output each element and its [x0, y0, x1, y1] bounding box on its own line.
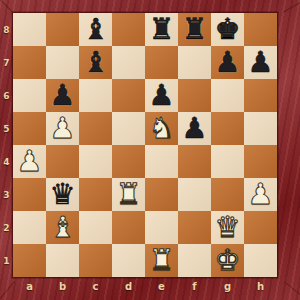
square-c3[interactable]: [79, 178, 112, 211]
file-label-g: g: [211, 277, 244, 300]
square-e3[interactable]: [145, 178, 178, 211]
piece-black-queen[interactable]: ♛: [46, 178, 79, 211]
rank-label-5: 5: [0, 112, 13, 145]
square-h4[interactable]: [244, 145, 277, 178]
square-a3[interactable]: [13, 178, 46, 211]
square-a7[interactable]: [13, 46, 46, 79]
square-b7[interactable]: [46, 46, 79, 79]
square-d2[interactable]: [112, 211, 145, 244]
square-c8[interactable]: ♝: [79, 13, 112, 46]
chess-diagram: ♝♜♜♚♝♟♟♟♟♟♞♟♟♛♜♟♝♛♜♚ 87654321 abcdefgh: [0, 0, 300, 300]
piece-black-pawn[interactable]: ♟: [211, 46, 244, 79]
rank-labels: 87654321: [0, 13, 13, 277]
square-c4[interactable]: [79, 145, 112, 178]
square-b8[interactable]: [46, 13, 79, 46]
square-g2[interactable]: ♛: [211, 211, 244, 244]
piece-white-pawn[interactable]: ♟: [13, 145, 46, 178]
square-h3[interactable]: ♟: [244, 178, 277, 211]
square-c1[interactable]: [79, 244, 112, 277]
square-g6[interactable]: [211, 79, 244, 112]
square-f1[interactable]: [178, 244, 211, 277]
square-d7[interactable]: [112, 46, 145, 79]
piece-white-queen[interactable]: ♛: [211, 211, 244, 244]
square-a4[interactable]: ♟: [13, 145, 46, 178]
frame-miter-top-right: [283, 0, 300, 12]
file-label-e: e: [145, 277, 178, 300]
piece-black-rook[interactable]: ♜: [145, 13, 178, 46]
square-g1[interactable]: ♚: [211, 244, 244, 277]
square-d3[interactable]: ♜: [112, 178, 145, 211]
piece-black-pawn[interactable]: ♟: [178, 112, 211, 145]
square-g4[interactable]: [211, 145, 244, 178]
piece-black-bishop[interactable]: ♝: [79, 46, 112, 79]
piece-black-pawn[interactable]: ♟: [46, 79, 79, 112]
square-d5[interactable]: [112, 112, 145, 145]
square-b3[interactable]: ♛: [46, 178, 79, 211]
rank-label-4: 4: [0, 145, 13, 178]
piece-white-pawn[interactable]: ♟: [46, 112, 79, 145]
square-h2[interactable]: [244, 211, 277, 244]
square-d6[interactable]: [112, 79, 145, 112]
file-label-a: a: [13, 277, 46, 300]
square-a1[interactable]: [13, 244, 46, 277]
piece-black-bishop[interactable]: ♝: [79, 13, 112, 46]
square-g7[interactable]: ♟: [211, 46, 244, 79]
rank-label-3: 3: [0, 178, 13, 211]
piece-black-rook[interactable]: ♜: [178, 13, 211, 46]
piece-white-pawn[interactable]: ♟: [244, 178, 277, 211]
square-h7[interactable]: ♟: [244, 46, 277, 79]
piece-white-rook[interactable]: ♜: [112, 178, 145, 211]
square-f2[interactable]: [178, 211, 211, 244]
square-f5[interactable]: ♟: [178, 112, 211, 145]
square-g3[interactable]: [211, 178, 244, 211]
square-c7[interactable]: ♝: [79, 46, 112, 79]
rank-label-7: 7: [0, 46, 13, 79]
piece-black-king[interactable]: ♚: [211, 13, 244, 46]
square-f7[interactable]: [178, 46, 211, 79]
rank-label-1: 1: [0, 244, 13, 277]
square-d1[interactable]: [112, 244, 145, 277]
piece-white-king[interactable]: ♚: [211, 244, 244, 277]
file-label-c: c: [79, 277, 112, 300]
square-a5[interactable]: [13, 112, 46, 145]
square-h8[interactable]: [244, 13, 277, 46]
square-e2[interactable]: [145, 211, 178, 244]
square-b4[interactable]: [46, 145, 79, 178]
file-labels: abcdefgh: [13, 277, 277, 300]
square-b1[interactable]: [46, 244, 79, 277]
piece-white-knight[interactable]: ♞: [145, 112, 178, 145]
chessboard: ♝♜♜♚♝♟♟♟♟♟♞♟♟♛♜♟♝♛♜♚: [13, 13, 277, 277]
file-label-b: b: [46, 277, 79, 300]
square-f8[interactable]: ♜: [178, 13, 211, 46]
square-e1[interactable]: ♜: [145, 244, 178, 277]
square-a8[interactable]: [13, 13, 46, 46]
square-h5[interactable]: [244, 112, 277, 145]
square-d4[interactable]: [112, 145, 145, 178]
square-c5[interactable]: [79, 112, 112, 145]
file-label-h: h: [244, 277, 277, 300]
rank-label-2: 2: [0, 211, 13, 244]
square-a6[interactable]: [13, 79, 46, 112]
square-g5[interactable]: [211, 112, 244, 145]
square-e8[interactable]: ♜: [145, 13, 178, 46]
piece-black-pawn[interactable]: ♟: [244, 46, 277, 79]
rank-label-8: 8: [0, 13, 13, 46]
square-h6[interactable]: [244, 79, 277, 112]
square-a2[interactable]: [13, 211, 46, 244]
square-b5[interactable]: ♟: [46, 112, 79, 145]
square-d8[interactable]: [112, 13, 145, 46]
square-h1[interactable]: [244, 244, 277, 277]
square-f6[interactable]: [178, 79, 211, 112]
square-c6[interactable]: [79, 79, 112, 112]
square-e4[interactable]: [145, 145, 178, 178]
piece-white-bishop[interactable]: ♝: [46, 211, 79, 244]
piece-black-pawn[interactable]: ♟: [145, 79, 178, 112]
square-e7[interactable]: [145, 46, 178, 79]
square-c2[interactable]: [79, 211, 112, 244]
square-f3[interactable]: [178, 178, 211, 211]
square-e6[interactable]: ♟: [145, 79, 178, 112]
rank-label-6: 6: [0, 79, 13, 112]
square-f4[interactable]: [178, 145, 211, 178]
file-label-d: d: [112, 277, 145, 300]
square-e5[interactable]: ♞: [145, 112, 178, 145]
frame-miter-bottom-right: [285, 282, 300, 299]
file-label-f: f: [178, 277, 211, 300]
square-g8[interactable]: ♚: [211, 13, 244, 46]
square-b2[interactable]: ♝: [46, 211, 79, 244]
piece-white-rook[interactable]: ♜: [145, 244, 178, 277]
square-b6[interactable]: ♟: [46, 79, 79, 112]
